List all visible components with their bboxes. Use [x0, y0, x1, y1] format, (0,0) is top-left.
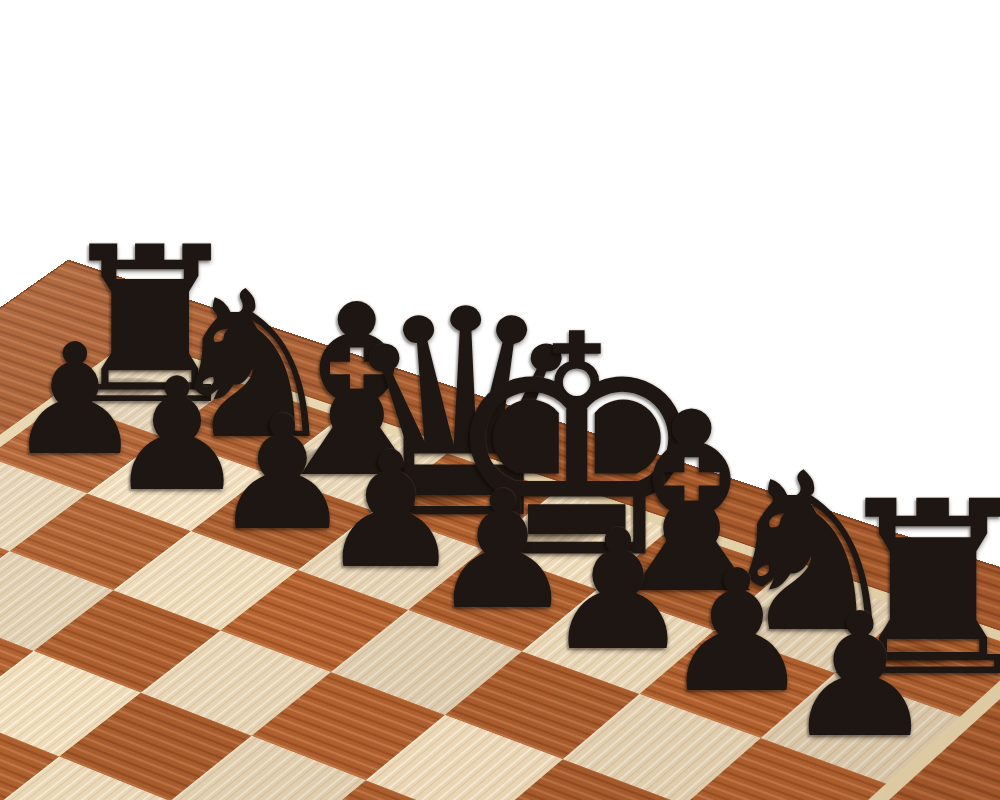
product-photo: ♜♞♝♛♚♝♞♜♟♟♟♟♟♟♟♟	[0, 0, 1000, 800]
pieces-layer: ♜♞♝♛♚♝♞♜♟♟♟♟♟♟♟♟	[0, 0, 1000, 800]
black-pawn-glyph: ♟	[783, 590, 936, 761]
